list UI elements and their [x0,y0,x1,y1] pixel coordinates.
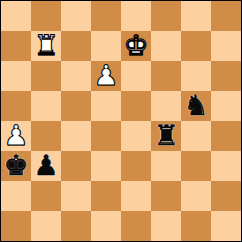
square-h8[interactable] [211,1,241,31]
square-c3[interactable] [61,151,91,181]
square-e5[interactable] [121,91,151,121]
square-d1[interactable] [91,211,121,241]
square-f6[interactable] [151,61,181,91]
square-f2[interactable] [151,181,181,211]
square-d5[interactable] [91,91,121,121]
square-d2[interactable] [91,181,121,211]
square-e4[interactable] [121,121,151,151]
square-f4[interactable]: ♜ [151,121,181,151]
square-b6[interactable] [31,61,61,91]
square-h3[interactable] [211,151,241,181]
square-h7[interactable] [211,31,241,61]
square-d7[interactable] [91,31,121,61]
square-f3[interactable] [151,151,181,181]
square-d4[interactable] [91,121,121,151]
square-h5[interactable] [211,91,241,121]
chess-board: ♜♚♟♞♟♜♚♟ [0,0,242,242]
square-g3[interactable] [181,151,211,181]
black-knight-g5[interactable]: ♞ [183,91,208,121]
square-a5[interactable] [1,91,31,121]
square-b1[interactable] [31,211,61,241]
square-d6[interactable]: ♟ [91,61,121,91]
black-pawn-b3[interactable]: ♟ [33,151,58,181]
square-e6[interactable] [121,61,151,91]
square-a6[interactable] [1,61,31,91]
square-a8[interactable] [1,1,31,31]
square-e1[interactable] [121,211,151,241]
square-f1[interactable] [151,211,181,241]
square-a4[interactable]: ♟ [1,121,31,151]
square-f5[interactable] [151,91,181,121]
square-g5[interactable]: ♞ [181,91,211,121]
black-rook-f4[interactable]: ♜ [153,121,178,151]
square-a2[interactable] [1,181,31,211]
square-h2[interactable] [211,181,241,211]
square-d8[interactable] [91,1,121,31]
square-g2[interactable] [181,181,211,211]
square-h1[interactable] [211,211,241,241]
square-c7[interactable] [61,31,91,61]
square-a7[interactable] [1,31,31,61]
square-e7[interactable]: ♚ [121,31,151,61]
square-h4[interactable] [211,121,241,151]
square-d3[interactable] [91,151,121,181]
square-g7[interactable] [181,31,211,61]
square-g4[interactable] [181,121,211,151]
square-c6[interactable] [61,61,91,91]
square-a3[interactable]: ♚ [1,151,31,181]
square-b7[interactable]: ♜ [31,31,61,61]
square-b4[interactable] [31,121,61,151]
square-g6[interactable] [181,61,211,91]
square-b5[interactable] [31,91,61,121]
white-king-e7[interactable]: ♚ [123,31,148,61]
square-b8[interactable] [31,1,61,31]
white-pawn-d6[interactable]: ♟ [93,61,118,91]
square-e8[interactable] [121,1,151,31]
square-g1[interactable] [181,211,211,241]
white-rook-b7[interactable]: ♜ [33,31,58,61]
white-pawn-a4[interactable]: ♟ [3,121,28,151]
square-a1[interactable] [1,211,31,241]
square-f8[interactable] [151,1,181,31]
square-b3[interactable]: ♟ [31,151,61,181]
square-c1[interactable] [61,211,91,241]
square-f7[interactable] [151,31,181,61]
square-g8[interactable] [181,1,211,31]
square-b2[interactable] [31,181,61,211]
square-c4[interactable] [61,121,91,151]
square-h6[interactable] [211,61,241,91]
square-c8[interactable] [61,1,91,31]
square-c2[interactable] [61,181,91,211]
black-king-a3[interactable]: ♚ [3,151,28,181]
square-e2[interactable] [121,181,151,211]
square-e3[interactable] [121,151,151,181]
square-c5[interactable] [61,91,91,121]
